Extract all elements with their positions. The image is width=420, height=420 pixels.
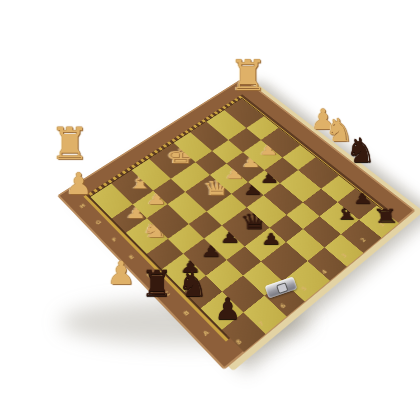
file-label-A: A (202, 329, 210, 337)
file-label-F: F (111, 236, 118, 242)
white-pawn-frame-left[interactable]: ♟ (64, 169, 94, 199)
black-knight-frame-right[interactable]: ♞ (344, 133, 378, 167)
file-label-H: H (79, 203, 87, 209)
black-pawn-floor-left[interactable]: ♟ (213, 294, 243, 324)
white-pawn-floor-left[interactable]: ♟ (105, 257, 137, 289)
white-rook-frame-left[interactable]: ♜ (48, 122, 92, 166)
black-rook-frame-near[interactable]: ♜ (139, 266, 175, 302)
file-label-G: G (95, 219, 103, 225)
product-photo-chess-set: ♝♚♟♟♞♛♟♟♟♟♟♟♟♟♛♟♝♟♜ HGFEDCBA87654321 ♜♜♟… (0, 0, 420, 420)
white-rook-frame-far[interactable]: ♜ (227, 55, 269, 97)
black-knight-frame-near[interactable]: ♞ (176, 267, 210, 301)
black-rook-a8[interactable]: ♜ (371, 207, 400, 226)
file-label-B: B (182, 309, 190, 316)
